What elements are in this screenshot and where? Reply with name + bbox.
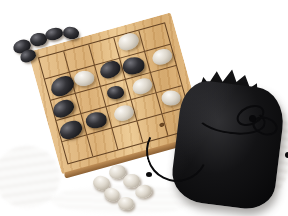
product-photo-scene — [0, 0, 288, 216]
cord-tip-knot — [146, 172, 152, 177]
black-stone[interactable] — [107, 86, 125, 100]
white-stone[interactable] — [73, 70, 94, 87]
white-stone[interactable] — [161, 91, 180, 106]
drawstring-bow-knot — [249, 115, 256, 122]
cord-tail-knot — [285, 152, 288, 158]
black-stone[interactable] — [85, 111, 108, 130]
white-tray-pebble[interactable] — [117, 196, 134, 210]
white-stone[interactable] — [150, 46, 174, 67]
white-stone[interactable] — [111, 103, 135, 124]
faded-background-texture-left — [0, 146, 60, 208]
white-stone[interactable] — [116, 31, 142, 54]
black-stone[interactable] — [121, 55, 146, 75]
